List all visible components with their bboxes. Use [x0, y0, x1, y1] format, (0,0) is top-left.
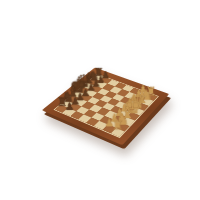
piece-black-pawn-h7[interactable]: ♟: [56, 85, 83, 112]
board-squares: ♜♟♟♜♞♟♟♞♝♟♟♝♛♟♟♛♚♟♟♚♝♟♟♝♞♟♟♞♜♟♟♜: [54, 74, 159, 138]
chess-board: ♜♟♟♜♞♟♟♞♝♟♟♝♛♟♟♛♚♟♟♚♝♟♟♝♞♟♟♞♜♟♟♜: [42, 68, 169, 146]
square-h1[interactable]: ♜: [111, 128, 125, 137]
piece-white-rook-h1[interactable]: ♜: [104, 104, 132, 132]
board-walnut-border: ♜♟♟♜♞♟♟♞♝♟♟♝♛♟♟♛♚♟♟♚♝♟♟♝♞♟♟♞♜♟♟♜: [42, 68, 169, 146]
chess-set-photo: ♜♟♟♜♞♟♟♞♝♟♟♝♛♟♟♛♚♟♟♚♝♟♟♝♞♟♟♞♜♟♟♜: [0, 0, 200, 200]
